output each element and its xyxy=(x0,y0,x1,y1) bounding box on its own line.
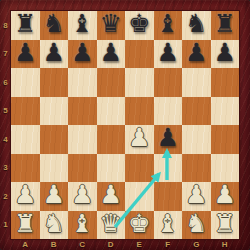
black-bishop-f8[interactable]: ♝ xyxy=(157,10,179,39)
white-bishop-f1[interactable]: ♝ xyxy=(157,210,179,239)
white-bishop-c1[interactable]: ♝ xyxy=(71,210,93,239)
square-d5[interactable] xyxy=(97,97,126,126)
rank-label-7: 7 xyxy=(0,40,11,69)
white-pawn-a2[interactable]: ♟ xyxy=(14,181,36,210)
square-h6[interactable] xyxy=(211,68,240,97)
black-rook-a8[interactable]: ♜ xyxy=(14,10,36,39)
white-knight-g1[interactable]: ♞ xyxy=(185,210,207,239)
square-a7[interactable]: ♟ xyxy=(11,40,40,69)
square-c5[interactable] xyxy=(68,97,97,126)
white-king-e1[interactable]: ♚ xyxy=(128,210,150,239)
square-b6[interactable] xyxy=(40,68,69,97)
black-pawn-f7[interactable]: ♟ xyxy=(157,39,179,68)
rank-label-1: 1 xyxy=(0,211,11,240)
white-pawn-h2[interactable]: ♟ xyxy=(214,181,236,210)
square-h3[interactable] xyxy=(211,154,240,183)
square-a5[interactable] xyxy=(11,97,40,126)
square-c7[interactable]: ♟ xyxy=(68,40,97,69)
file-label-h: H xyxy=(211,238,240,250)
rank-label-2: 2 xyxy=(0,182,11,211)
rank-label-6: 6 xyxy=(0,68,11,97)
square-b4[interactable] xyxy=(40,125,69,154)
black-pawn-f4[interactable]: ♟ xyxy=(157,124,179,153)
square-e8[interactable]: ♚ xyxy=(125,11,154,40)
black-pawn-h7[interactable]: ♟ xyxy=(214,39,236,68)
square-e3[interactable] xyxy=(125,154,154,183)
black-queen-d8[interactable]: ♛ xyxy=(100,10,122,39)
square-a1[interactable]: ♜ xyxy=(11,211,40,240)
black-knight-g8[interactable]: ♞ xyxy=(185,10,207,39)
white-pawn-d2[interactable]: ♟ xyxy=(100,181,122,210)
square-g7[interactable]: ♟ xyxy=(182,40,211,69)
square-c1[interactable]: ♝ xyxy=(68,211,97,240)
square-f3[interactable] xyxy=(154,154,183,183)
file-label-e: E xyxy=(125,238,154,250)
white-pawn-g2[interactable]: ♟ xyxy=(185,181,207,210)
square-g3[interactable] xyxy=(182,154,211,183)
square-h5[interactable] xyxy=(211,97,240,126)
white-queen-d1[interactable]: ♛ xyxy=(100,210,122,239)
square-h1[interactable]: ♜ xyxy=(211,211,240,240)
file-label-c: C xyxy=(68,238,97,250)
black-pawn-c7[interactable]: ♟ xyxy=(71,39,93,68)
square-e2[interactable] xyxy=(125,182,154,211)
square-g1[interactable]: ♞ xyxy=(182,211,211,240)
square-a8[interactable]: ♜ xyxy=(11,11,40,40)
square-f2[interactable] xyxy=(154,182,183,211)
square-d8[interactable]: ♛ xyxy=(97,11,126,40)
square-f8[interactable]: ♝ xyxy=(154,11,183,40)
rank-label-4: 4 xyxy=(0,125,11,154)
square-h8[interactable]: ♜ xyxy=(211,11,240,40)
white-pawn-b2[interactable]: ♟ xyxy=(43,181,65,210)
black-knight-b8[interactable]: ♞ xyxy=(43,10,65,39)
white-pawn-c2[interactable]: ♟ xyxy=(71,181,93,210)
rank-label-5: 5 xyxy=(0,97,11,126)
square-g6[interactable] xyxy=(182,68,211,97)
board: ♜♞♝♛♚♝♞♜♟♟♟♟♟♟♟♟♟♟♟♟♟♟♟♜♞♝♛♚♝♞♜ xyxy=(11,11,239,239)
black-pawn-b7[interactable]: ♟ xyxy=(43,39,65,68)
white-rook-a1[interactable]: ♜ xyxy=(14,210,36,239)
square-c8[interactable]: ♝ xyxy=(68,11,97,40)
square-f5[interactable] xyxy=(154,97,183,126)
square-e1[interactable]: ♚ xyxy=(125,211,154,240)
black-pawn-d7[interactable]: ♟ xyxy=(100,39,122,68)
square-b3[interactable] xyxy=(40,154,69,183)
square-d3[interactable] xyxy=(97,154,126,183)
square-d1[interactable]: ♛ xyxy=(97,211,126,240)
white-pawn-e4[interactable]: ♟ xyxy=(128,124,150,153)
square-e6[interactable] xyxy=(125,68,154,97)
square-f7[interactable]: ♟ xyxy=(154,40,183,69)
square-c3[interactable] xyxy=(68,154,97,183)
square-d7[interactable]: ♟ xyxy=(97,40,126,69)
square-d2[interactable]: ♟ xyxy=(97,182,126,211)
square-a4[interactable] xyxy=(11,125,40,154)
square-c6[interactable] xyxy=(68,68,97,97)
square-a6[interactable] xyxy=(11,68,40,97)
rank-label-3: 3 xyxy=(0,154,11,183)
square-f1[interactable]: ♝ xyxy=(154,211,183,240)
black-pawn-g7[interactable]: ♟ xyxy=(185,39,207,68)
square-b5[interactable] xyxy=(40,97,69,126)
square-h7[interactable]: ♟ xyxy=(211,40,240,69)
square-g5[interactable] xyxy=(182,97,211,126)
chess-board-app: ♜♞♝♛♚♝♞♜♟♟♟♟♟♟♟♟♟♟♟♟♟♟♟♜♞♝♛♚♝♞♜ 87654321… xyxy=(0,0,250,250)
file-label-d: D xyxy=(97,238,126,250)
white-knight-b1[interactable]: ♞ xyxy=(43,210,65,239)
file-label-g: G xyxy=(182,238,211,250)
square-g4[interactable] xyxy=(182,125,211,154)
file-label-f: F xyxy=(154,238,183,250)
square-a2[interactable]: ♟ xyxy=(11,182,40,211)
square-e5[interactable] xyxy=(125,97,154,126)
square-c4[interactable] xyxy=(68,125,97,154)
square-b2[interactable]: ♟ xyxy=(40,182,69,211)
square-g8[interactable]: ♞ xyxy=(182,11,211,40)
square-b8[interactable]: ♞ xyxy=(40,11,69,40)
square-f4[interactable]: ♟ xyxy=(154,125,183,154)
square-d6[interactable] xyxy=(97,68,126,97)
square-b7[interactable]: ♟ xyxy=(40,40,69,69)
black-rook-h8[interactable]: ♜ xyxy=(214,10,236,39)
square-e7[interactable] xyxy=(125,40,154,69)
square-d4[interactable] xyxy=(97,125,126,154)
square-b1[interactable]: ♞ xyxy=(40,211,69,240)
square-g2[interactable]: ♟ xyxy=(182,182,211,211)
file-label-b: B xyxy=(40,238,69,250)
rank-label-8: 8 xyxy=(0,11,11,40)
file-label-a: A xyxy=(11,238,40,250)
white-rook-h1[interactable]: ♜ xyxy=(214,210,236,239)
square-c2[interactable]: ♟ xyxy=(68,182,97,211)
square-f6[interactable] xyxy=(154,68,183,97)
black-king-e8[interactable]: ♚ xyxy=(128,10,150,39)
square-e4[interactable]: ♟ xyxy=(125,125,154,154)
square-a3[interactable] xyxy=(11,154,40,183)
square-h2[interactable]: ♟ xyxy=(211,182,240,211)
square-h4[interactable] xyxy=(211,125,240,154)
black-bishop-c8[interactable]: ♝ xyxy=(71,10,93,39)
black-pawn-a7[interactable]: ♟ xyxy=(14,39,36,68)
